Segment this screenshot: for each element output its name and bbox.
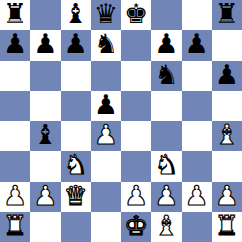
piece-white-bishop[interactable]: ♝ [154, 212, 178, 241]
square-h5[interactable] [212, 91, 242, 121]
piece-black-bishop[interactable]: ♝ [64, 0, 88, 29]
square-e2[interactable]: ♟ [121, 182, 151, 212]
square-b5[interactable] [30, 91, 60, 121]
square-g2[interactable]: ♟ [182, 182, 212, 212]
piece-white-knight[interactable]: ♞ [64, 151, 88, 180]
piece-white-pawn[interactable]: ♟ [215, 182, 239, 211]
piece-white-king[interactable]: ♚ [124, 212, 148, 241]
square-d5[interactable]: ♟ [91, 91, 121, 121]
square-a2[interactable]: ♟ [0, 182, 30, 212]
piece-black-bishop[interactable]: ♝ [33, 121, 57, 150]
square-c5[interactable] [61, 91, 91, 121]
square-b1[interactable] [30, 212, 60, 242]
square-d8[interactable]: ♛ [91, 0, 121, 30]
square-c8[interactable]: ♝ [61, 0, 91, 30]
square-d6[interactable] [91, 61, 121, 91]
piece-black-pawn[interactable]: ♟ [33, 30, 57, 59]
piece-white-queen[interactable]: ♛ [64, 182, 88, 211]
piece-black-pawn[interactable]: ♟ [185, 30, 209, 59]
piece-black-pawn[interactable]: ♟ [3, 30, 27, 59]
square-a8[interactable]: ♜ [0, 0, 30, 30]
square-g3[interactable] [182, 151, 212, 181]
square-h8[interactable]: ♜ [212, 0, 242, 30]
square-f2[interactable]: ♟ [151, 182, 181, 212]
square-e3[interactable] [121, 151, 151, 181]
square-d3[interactable] [91, 151, 121, 181]
square-c2[interactable]: ♛ [61, 182, 91, 212]
piece-black-king[interactable]: ♚ [124, 0, 148, 29]
square-g7[interactable]: ♟ [182, 30, 212, 60]
piece-black-pawn[interactable]: ♟ [215, 61, 239, 90]
square-f7[interactable]: ♟ [151, 30, 181, 60]
square-g1[interactable] [182, 212, 212, 242]
piece-black-knight[interactable]: ♞ [94, 30, 118, 59]
square-h6[interactable]: ♟ [212, 61, 242, 91]
square-f3[interactable]: ♞ [151, 151, 181, 181]
square-b2[interactable]: ♟ [30, 182, 60, 212]
square-e8[interactable]: ♚ [121, 0, 151, 30]
piece-black-knight[interactable]: ♞ [154, 61, 178, 90]
piece-black-pawn[interactable]: ♟ [154, 30, 178, 59]
square-g5[interactable] [182, 91, 212, 121]
square-e4[interactable] [121, 121, 151, 151]
square-c7[interactable]: ♟ [61, 30, 91, 60]
piece-white-pawn[interactable]: ♟ [124, 182, 148, 211]
square-a7[interactable]: ♟ [0, 30, 30, 60]
piece-black-rook[interactable]: ♜ [215, 0, 239, 29]
square-f1[interactable]: ♝ [151, 212, 181, 242]
square-b8[interactable] [30, 0, 60, 30]
piece-black-queen[interactable]: ♛ [94, 0, 118, 29]
square-f6[interactable]: ♞ [151, 61, 181, 91]
square-g6[interactable] [182, 61, 212, 91]
square-d2[interactable] [91, 182, 121, 212]
piece-white-pawn[interactable]: ♟ [33, 182, 57, 211]
square-b6[interactable] [30, 61, 60, 91]
square-e6[interactable] [121, 61, 151, 91]
square-g8[interactable] [182, 0, 212, 30]
piece-white-bishop[interactable]: ♝ [215, 121, 239, 150]
chess-board: ♜♝♛♚♜♟♟♟♞♟♟♞♟♟♝♟♝♞♞♟♟♛♟♟♟♟♜♚♝♜ [0, 0, 242, 242]
piece-white-pawn[interactable]: ♟ [3, 182, 27, 211]
square-h2[interactable]: ♟ [212, 182, 242, 212]
piece-white-rook[interactable]: ♜ [3, 212, 27, 241]
square-b3[interactable] [30, 151, 60, 181]
square-f4[interactable] [151, 121, 181, 151]
square-h7[interactable] [212, 30, 242, 60]
piece-white-rook[interactable]: ♜ [215, 212, 239, 241]
square-h4[interactable]: ♝ [212, 121, 242, 151]
square-d7[interactable]: ♞ [91, 30, 121, 60]
piece-white-pawn[interactable]: ♟ [94, 121, 118, 150]
square-a4[interactable] [0, 121, 30, 151]
square-a1[interactable]: ♜ [0, 212, 30, 242]
square-e5[interactable] [121, 91, 151, 121]
piece-black-pawn[interactable]: ♟ [64, 30, 88, 59]
square-g4[interactable] [182, 121, 212, 151]
square-c6[interactable] [61, 61, 91, 91]
square-f8[interactable] [151, 0, 181, 30]
square-c4[interactable] [61, 121, 91, 151]
square-f5[interactable] [151, 91, 181, 121]
square-d4[interactable]: ♟ [91, 121, 121, 151]
square-b7[interactable]: ♟ [30, 30, 60, 60]
square-a6[interactable] [0, 61, 30, 91]
square-h3[interactable] [212, 151, 242, 181]
square-e7[interactable] [121, 30, 151, 60]
piece-black-pawn[interactable]: ♟ [94, 91, 118, 120]
square-h1[interactable]: ♜ [212, 212, 242, 242]
piece-black-rook[interactable]: ♜ [3, 0, 27, 29]
piece-white-pawn[interactable]: ♟ [185, 182, 209, 211]
square-a5[interactable] [0, 91, 30, 121]
square-c3[interactable]: ♞ [61, 151, 91, 181]
square-c1[interactable] [61, 212, 91, 242]
square-a3[interactable] [0, 151, 30, 181]
square-d1[interactable] [91, 212, 121, 242]
piece-white-knight[interactable]: ♞ [154, 151, 178, 180]
piece-white-pawn[interactable]: ♟ [154, 182, 178, 211]
square-b4[interactable]: ♝ [30, 121, 60, 151]
square-e1[interactable]: ♚ [121, 212, 151, 242]
